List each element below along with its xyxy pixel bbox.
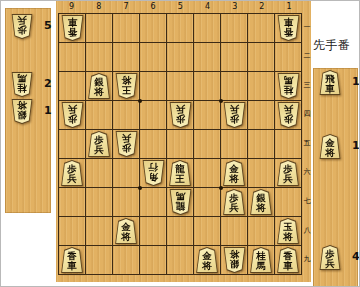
cell-3-3[interactable]: [221, 72, 247, 100]
cell-2-5[interactable]: [248, 130, 274, 158]
sente-hand-金将[interactable]: 金将1: [319, 134, 359, 161]
cell-7-4[interactable]: [113, 101, 139, 129]
cell-9-7[interactable]: [59, 188, 85, 216]
cell-6-5[interactable]: [140, 130, 166, 158]
cell-8-1[interactable]: [86, 14, 112, 42]
sente-piece-龍王[interactable]: 龍王: [169, 160, 192, 186]
rank-label-1: 一: [303, 13, 311, 42]
cell-9-9[interactable]: 香車: [59, 246, 85, 274]
cell-2-6[interactable]: [248, 159, 274, 187]
cell-6-1[interactable]: [140, 14, 166, 42]
cell-7-7[interactable]: [113, 188, 139, 216]
sente-piece-桂馬[interactable]: 桂馬: [250, 247, 273, 273]
cell-7-1[interactable]: [113, 14, 139, 42]
cell-4-4[interactable]: [194, 101, 220, 129]
cell-6-2[interactable]: [140, 43, 166, 71]
sente-piece-歩兵[interactable]: 歩兵: [88, 131, 111, 157]
cell-8-9[interactable]: [86, 246, 112, 274]
gote-piece-歩兵[interactable]: 歩兵: [61, 102, 84, 128]
cell-5-9[interactable]: [167, 246, 193, 274]
cell-1-2[interactable]: [275, 43, 301, 71]
cell-5-8[interactable]: [167, 217, 193, 245]
gote-piece-銀将[interactable]: 銀将: [223, 247, 246, 273]
board-panel: 987654321 香車香車銀将王将桂馬歩兵歩兵歩兵歩兵歩兵歩兵歩兵角行龍王金将…: [56, 1, 311, 282]
gote-piece-香車[interactable]: 香車: [277, 15, 300, 41]
cell-2-1[interactable]: [248, 14, 274, 42]
gote-hand-count-桂馬: 2: [44, 77, 52, 90]
cell-7-9[interactable]: [113, 246, 139, 274]
cell-1-4[interactable]: 歩兵: [275, 101, 301, 129]
star-point: [219, 186, 223, 190]
sente-piece-銀将[interactable]: 銀将: [88, 73, 111, 99]
gote-piece-歩兵[interactable]: 歩兵: [115, 131, 138, 157]
cell-8-6[interactable]: [86, 159, 112, 187]
file-labels: 987654321: [58, 1, 303, 13]
sente-hand-count-歩兵: 4: [352, 250, 360, 263]
sente-piece-銀将[interactable]: 銀将: [250, 189, 273, 215]
rank-label-7: 七: [303, 187, 311, 216]
cell-2-4[interactable]: [248, 101, 274, 129]
cell-3-2[interactable]: [221, 43, 247, 71]
cell-5-6[interactable]: 龍王: [167, 159, 193, 187]
file-label-7: 7: [112, 1, 139, 13]
gote-piece-王将[interactable]: 王将: [115, 73, 138, 99]
rank-label-5: 五: [303, 129, 311, 158]
sente-hand-飛車[interactable]: 飛車1: [319, 70, 359, 97]
cell-3-4[interactable]: 歩兵: [221, 101, 247, 129]
cell-2-2[interactable]: [248, 43, 274, 71]
cell-1-3[interactable]: 桂馬: [275, 72, 301, 100]
sente-piece-金将[interactable]: 金将: [223, 160, 246, 186]
rank-label-6: 六: [303, 158, 311, 187]
gote-piece-歩兵[interactable]: 歩兵: [169, 102, 192, 128]
cell-5-1[interactable]: [167, 14, 193, 42]
file-label-5: 5: [167, 1, 194, 13]
cell-4-1[interactable]: [194, 14, 220, 42]
cell-7-3[interactable]: 王将: [113, 72, 139, 100]
shogi-app: 歩兵5桂馬2銀将1 987654321 香車香車銀将王将桂馬歩兵歩兵歩兵歩兵歩兵…: [0, 0, 360, 287]
gote-hand-count-銀将: 1: [44, 104, 52, 117]
file-label-1: 1: [276, 1, 303, 13]
cell-2-3[interactable]: [248, 72, 274, 100]
sente-piece-歩兵[interactable]: 歩兵: [61, 160, 84, 186]
sente-piece-香車[interactable]: 香車: [277, 247, 300, 273]
cell-3-7[interactable]: 歩兵: [221, 188, 247, 216]
cell-4-9[interactable]: 金将: [194, 246, 220, 274]
cell-5-5[interactable]: [167, 130, 193, 158]
star-point: [219, 99, 223, 103]
cell-1-7[interactable]: [275, 188, 301, 216]
turn-indicator: 先手番: [313, 37, 359, 54]
cell-3-5[interactable]: [221, 130, 247, 158]
sente-hand-count-飛車: 1: [352, 75, 360, 88]
sente-piece-金将[interactable]: 金将: [115, 218, 138, 244]
gote-piece-歩兵[interactable]: 歩兵: [223, 102, 246, 128]
cell-1-9[interactable]: 香車: [275, 246, 301, 274]
cell-3-1[interactable]: [221, 14, 247, 42]
gote-hand-歩兵[interactable]: 歩兵5: [11, 14, 51, 41]
sente-piece-歩兵[interactable]: 歩兵: [277, 160, 300, 186]
cell-8-5[interactable]: 歩兵: [86, 130, 112, 158]
cell-9-3[interactable]: [59, 72, 85, 100]
cell-8-8[interactable]: [86, 217, 112, 245]
cell-7-8[interactable]: 金将: [113, 217, 139, 245]
rank-labels: 一二三四五六七八九: [303, 13, 311, 274]
cell-2-9[interactable]: 桂馬: [248, 246, 274, 274]
rank-label-3: 三: [303, 71, 311, 100]
file-label-4: 4: [194, 1, 221, 13]
file-label-6: 6: [140, 1, 167, 13]
cell-9-5[interactable]: [59, 130, 85, 158]
cell-9-4[interactable]: 歩兵: [59, 101, 85, 129]
file-label-3: 3: [221, 1, 248, 13]
cell-9-8[interactable]: [59, 217, 85, 245]
cell-1-1[interactable]: 香車: [275, 14, 301, 42]
gote-piece-香車[interactable]: 香車: [61, 15, 84, 41]
gote-hand-銀将[interactable]: 銀将1: [11, 99, 51, 126]
sente-piece-歩兵[interactable]: 歩兵: [223, 189, 246, 215]
rank-label-2: 二: [303, 42, 311, 71]
sente-hand-panel: 飛車1金将1歩兵4: [313, 68, 358, 287]
cell-1-8[interactable]: 玉将: [275, 217, 301, 245]
cell-3-6[interactable]: 金将: [221, 159, 247, 187]
cell-7-5[interactable]: 歩兵: [113, 130, 139, 158]
cell-4-3[interactable]: [194, 72, 220, 100]
cell-8-7[interactable]: [86, 188, 112, 216]
cell-5-7[interactable]: 龍馬: [167, 188, 193, 216]
shogi-board: 香車香車銀将王将桂馬歩兵歩兵歩兵歩兵歩兵歩兵歩兵角行龍王金将歩兵龍馬歩兵銀将金将…: [58, 13, 302, 275]
file-label-2: 2: [248, 1, 275, 13]
sente-piece-玉将[interactable]: 玉将: [277, 218, 300, 244]
gote-hand-桂馬[interactable]: 桂馬2: [11, 72, 51, 99]
cell-7-2[interactable]: [113, 43, 139, 71]
cell-4-2[interactable]: [194, 43, 220, 71]
sente-hand-歩兵[interactable]: 歩兵4: [319, 245, 359, 272]
star-point: [138, 99, 142, 103]
rank-label-4: 四: [303, 100, 311, 129]
gote-piece-龍馬[interactable]: 龍馬: [169, 189, 192, 215]
sente-hand-count-金将: 1: [352, 139, 360, 152]
cell-3-8[interactable]: [221, 217, 247, 245]
sente-piece-金将[interactable]: 金将: [196, 247, 219, 273]
cell-5-3[interactable]: [167, 72, 193, 100]
file-label-8: 8: [85, 1, 112, 13]
cell-4-7[interactable]: [194, 188, 220, 216]
cell-9-6[interactable]: 歩兵: [59, 159, 85, 187]
cell-3-9[interactable]: 銀将: [221, 246, 247, 274]
cell-9-1[interactable]: 香車: [59, 14, 85, 42]
cell-9-2[interactable]: [59, 43, 85, 71]
gote-piece-桂馬[interactable]: 桂馬: [277, 73, 300, 99]
cell-2-7[interactable]: 銀将: [248, 188, 274, 216]
gote-piece-歩兵[interactable]: 歩兵: [277, 102, 300, 128]
cell-6-4[interactable]: [140, 101, 166, 129]
cell-2-8[interactable]: [248, 217, 274, 245]
cell-8-4[interactable]: [86, 101, 112, 129]
rank-label-8: 八: [303, 216, 311, 245]
file-label-9: 9: [58, 1, 85, 13]
cell-4-6[interactable]: [194, 159, 220, 187]
rank-label-9: 九: [303, 245, 311, 274]
cell-6-7[interactable]: [140, 188, 166, 216]
cell-7-6[interactable]: [113, 159, 139, 187]
sente-piece-香車[interactable]: 香車: [61, 247, 84, 273]
gote-hand-count-歩兵: 5: [44, 19, 52, 32]
star-point: [138, 186, 142, 190]
gote-hand-panel: 歩兵5桂馬2銀将1: [5, 8, 51, 213]
cell-6-8[interactable]: [140, 217, 166, 245]
cell-5-2[interactable]: [167, 43, 193, 71]
gote-piece-角行[interactable]: 角行: [142, 160, 165, 186]
cell-8-2[interactable]: [86, 43, 112, 71]
cell-4-5[interactable]: [194, 130, 220, 158]
cell-6-6[interactable]: 角行: [140, 159, 166, 187]
cell-6-9[interactable]: [140, 246, 166, 274]
cell-8-3[interactable]: 銀将: [86, 72, 112, 100]
cell-5-4[interactable]: 歩兵: [167, 101, 193, 129]
cell-1-5[interactable]: [275, 130, 301, 158]
cell-6-3[interactable]: [140, 72, 166, 100]
cell-1-6[interactable]: 歩兵: [275, 159, 301, 187]
cell-4-8[interactable]: [194, 217, 220, 245]
